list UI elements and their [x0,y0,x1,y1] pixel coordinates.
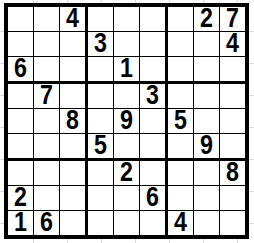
given-digit: 5 [174,107,187,135]
cell-r4c9[interactable] [220,84,245,109]
cell-r2c3[interactable] [60,32,88,57]
given-digit: 6 [146,184,159,212]
given-digit: 2 [200,5,213,33]
cell-r6c8[interactable]: 9 [194,134,220,161]
given-digit: 1 [120,55,133,83]
cell-r4c4[interactable] [88,84,114,109]
given-digit: 5 [94,132,107,160]
cell-r3c7[interactable] [168,57,194,84]
cell-r1c6[interactable] [140,7,168,32]
cell-r4c8[interactable] [194,84,220,109]
cell-r3c4[interactable] [88,57,114,84]
cell-r3c9[interactable] [220,57,245,84]
cell-r9c1[interactable]: 1 [8,211,34,235]
cell-r5c6[interactable] [140,109,168,134]
cell-r5c5[interactable]: 9 [114,109,140,134]
cell-r6c7[interactable] [168,134,194,161]
cell-r2c9[interactable]: 4 [220,32,245,57]
given-digit: 4 [226,30,239,58]
given-digit: 8 [66,107,79,135]
sudoku-board: 427346173895592826164 [4,3,249,239]
given-digit: 3 [146,82,159,110]
cell-r3c5[interactable]: 1 [114,57,140,84]
cell-r1c1[interactable] [8,7,34,32]
cell-r7c3[interactable] [60,161,88,186]
cell-r7c4[interactable] [88,161,114,186]
given-digit: 6 [14,55,27,83]
cell-r5c3[interactable]: 8 [60,109,88,134]
cell-r4c1[interactable] [8,84,34,109]
cell-r6c2[interactable] [34,134,60,161]
cell-r5c9[interactable] [220,109,245,134]
cell-r6c4[interactable]: 5 [88,134,114,161]
cell-r9c5[interactable] [114,211,140,235]
cell-r9c6[interactable] [140,211,168,235]
cell-r9c2[interactable]: 6 [34,211,60,235]
cell-r2c8[interactable] [194,32,220,57]
cell-r7c2[interactable] [34,161,60,186]
cell-r8c9[interactable] [220,186,245,211]
given-digit: 9 [120,107,133,135]
given-digit: 1 [14,209,27,237]
cell-r2c7[interactable] [168,32,194,57]
cell-r1c8[interactable]: 2 [194,7,220,32]
cell-r1c5[interactable] [114,7,140,32]
cell-r6c6[interactable] [140,134,168,161]
cell-r2c4[interactable]: 3 [88,32,114,57]
cell-r5c7[interactable]: 5 [168,109,194,134]
given-digit: 6 [40,209,53,237]
given-digit: 2 [120,159,133,187]
cell-r9c7[interactable]: 4 [168,211,194,235]
cell-r2c6[interactable] [140,32,168,57]
given-digit: 8 [226,159,239,187]
given-digit: 7 [40,82,53,110]
given-digit: 9 [200,132,213,160]
cell-r5c1[interactable] [8,109,34,134]
cell-r7c5[interactable]: 2 [114,161,140,186]
cell-r8c3[interactable] [60,186,88,211]
cell-r1c2[interactable] [34,7,60,32]
given-digit: 4 [174,209,187,237]
cell-r9c3[interactable] [60,211,88,235]
spreadsheet-background: 427346173895592826164 [0,0,254,243]
cell-r8c6[interactable]: 6 [140,186,168,211]
cell-r8c5[interactable] [114,186,140,211]
cell-r3c1[interactable]: 6 [8,57,34,84]
cell-r7c7[interactable] [168,161,194,186]
cell-r3c3[interactable] [60,57,88,84]
cell-r9c4[interactable] [88,211,114,235]
cell-r7c9[interactable]: 8 [220,161,245,186]
cell-r8c8[interactable] [194,186,220,211]
cell-r4c6[interactable]: 3 [140,84,168,109]
cell-r5c2[interactable] [34,109,60,134]
cell-r6c3[interactable] [60,134,88,161]
cell-r9c9[interactable] [220,211,245,235]
cell-r3c8[interactable] [194,57,220,84]
cell-r6c1[interactable] [8,134,34,161]
cell-r1c7[interactable] [168,7,194,32]
cell-r9c8[interactable] [194,211,220,235]
given-digit: 4 [66,5,79,33]
given-digit: 3 [94,30,107,58]
cell-r2c2[interactable] [34,32,60,57]
cell-r4c2[interactable]: 7 [34,84,60,109]
cell-r8c4[interactable] [88,186,114,211]
cell-r1c3[interactable]: 4 [60,7,88,32]
cell-r7c8[interactable] [194,161,220,186]
